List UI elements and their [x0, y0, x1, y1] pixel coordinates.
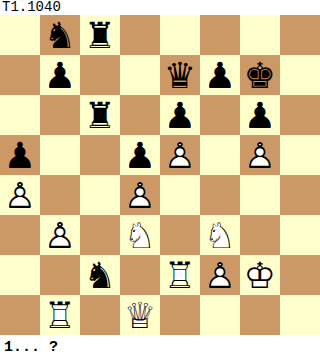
square-h2[interactable]	[280, 255, 320, 295]
black-rook-c6[interactable]: ♜	[80, 95, 120, 135]
square-d6[interactable]	[120, 95, 160, 135]
chess-board: ♞♜♟♛♟♚♜♟♟♟♟♟♙♟♙♟♙♟♙♟♙♞♘♞♘♞♜♖♟♙♚♔♜♖♛♕	[0, 15, 320, 335]
square-b3[interactable]: ♟♙	[40, 215, 80, 255]
square-d2[interactable]	[120, 255, 160, 295]
square-c6[interactable]: ♜	[80, 95, 120, 135]
black-queen-e7[interactable]: ♛	[160, 55, 200, 95]
square-a1[interactable]	[0, 295, 40, 335]
white-knight-f3[interactable]: ♞♘	[200, 215, 240, 255]
square-g2[interactable]: ♚♔	[240, 255, 280, 295]
square-c5[interactable]	[80, 135, 120, 175]
white-rook-e2[interactable]: ♜♖	[160, 255, 200, 295]
square-f7[interactable]: ♟	[200, 55, 240, 95]
white-king-g2[interactable]: ♚♔	[240, 255, 280, 295]
square-e5[interactable]: ♟♙	[160, 135, 200, 175]
square-a5[interactable]: ♟	[0, 135, 40, 175]
square-a2[interactable]	[0, 255, 40, 295]
square-h3[interactable]	[280, 215, 320, 255]
square-d3[interactable]: ♞♘	[120, 215, 160, 255]
black-pawn-a5[interactable]: ♟	[0, 135, 40, 175]
white-rook-b1[interactable]: ♜♖	[40, 295, 80, 335]
square-h6[interactable]	[280, 95, 320, 135]
black-pawn-d5[interactable]: ♟	[120, 135, 160, 175]
puzzle-title: T1.1040	[2, 0, 61, 15]
black-pawn-f7[interactable]: ♟	[200, 55, 240, 95]
move-prompt: 1... ?	[4, 337, 58, 359]
piece-outline-layer: ♘	[200, 215, 240, 255]
square-h7[interactable]	[280, 55, 320, 95]
square-a6[interactable]	[0, 95, 40, 135]
square-d8[interactable]	[120, 15, 160, 55]
square-f6[interactable]	[200, 95, 240, 135]
square-b1[interactable]: ♜♖	[40, 295, 80, 335]
black-pawn-e6[interactable]: ♟	[160, 95, 200, 135]
square-b2[interactable]	[40, 255, 80, 295]
piece-outline-layer: ♙	[0, 175, 40, 215]
square-c3[interactable]	[80, 215, 120, 255]
black-knight-c2[interactable]: ♞	[80, 255, 120, 295]
square-g6[interactable]: ♟	[240, 95, 280, 135]
black-king-g7[interactable]: ♚	[240, 55, 280, 95]
square-e8[interactable]	[160, 15, 200, 55]
square-g8[interactable]	[240, 15, 280, 55]
square-d7[interactable]	[120, 55, 160, 95]
square-b4[interactable]	[40, 175, 80, 215]
square-f2[interactable]: ♟♙	[200, 255, 240, 295]
square-h5[interactable]	[280, 135, 320, 175]
square-c8[interactable]: ♜	[80, 15, 120, 55]
square-e6[interactable]: ♟	[160, 95, 200, 135]
piece-outline-layer: ♖	[40, 295, 80, 335]
black-pawn-g6[interactable]: ♟	[240, 95, 280, 135]
piece-outline-layer: ♙	[160, 135, 200, 175]
square-d5[interactable]: ♟	[120, 135, 160, 175]
square-e3[interactable]	[160, 215, 200, 255]
square-f8[interactable]	[200, 15, 240, 55]
square-b7[interactable]: ♟	[40, 55, 80, 95]
white-pawn-b3[interactable]: ♟♙	[40, 215, 80, 255]
square-f4[interactable]	[200, 175, 240, 215]
square-f1[interactable]	[200, 295, 240, 335]
square-c7[interactable]	[80, 55, 120, 95]
square-b5[interactable]	[40, 135, 80, 175]
square-c1[interactable]	[80, 295, 120, 335]
white-pawn-f2[interactable]: ♟♙	[200, 255, 240, 295]
square-e1[interactable]	[160, 295, 200, 335]
square-f3[interactable]: ♞♘	[200, 215, 240, 255]
black-knight-b8[interactable]: ♞	[40, 15, 80, 55]
square-g1[interactable]	[240, 295, 280, 335]
square-h8[interactable]	[280, 15, 320, 55]
square-g3[interactable]	[240, 215, 280, 255]
white-knight-d3[interactable]: ♞♘	[120, 215, 160, 255]
piece-outline-layer: ♙	[240, 135, 280, 175]
square-h1[interactable]	[280, 295, 320, 335]
square-a7[interactable]	[0, 55, 40, 95]
piece-outline-layer: ♘	[120, 215, 160, 255]
square-f5[interactable]	[200, 135, 240, 175]
white-pawn-a4[interactable]: ♟♙	[0, 175, 40, 215]
square-a8[interactable]	[0, 15, 40, 55]
square-c2[interactable]: ♞	[80, 255, 120, 295]
square-d1[interactable]: ♛♕	[120, 295, 160, 335]
square-d4[interactable]: ♟♙	[120, 175, 160, 215]
square-h4[interactable]	[280, 175, 320, 215]
square-c4[interactable]	[80, 175, 120, 215]
square-e7[interactable]: ♛	[160, 55, 200, 95]
piece-outline-layer: ♙	[200, 255, 240, 295]
white-pawn-g5[interactable]: ♟♙	[240, 135, 280, 175]
square-e4[interactable]	[160, 175, 200, 215]
piece-outline-layer: ♙	[40, 215, 80, 255]
square-g5[interactable]: ♟♙	[240, 135, 280, 175]
white-queen-d1[interactable]: ♛♕	[120, 295, 160, 335]
white-pawn-d4[interactable]: ♟♙	[120, 175, 160, 215]
square-g7[interactable]: ♚	[240, 55, 280, 95]
piece-outline-layer: ♕	[120, 295, 160, 335]
square-a3[interactable]	[0, 215, 40, 255]
square-e2[interactable]: ♜♖	[160, 255, 200, 295]
square-g4[interactable]	[240, 175, 280, 215]
black-pawn-b7[interactable]: ♟	[40, 55, 80, 95]
piece-outline-layer: ♙	[120, 175, 160, 215]
white-pawn-e5[interactable]: ♟♙	[160, 135, 200, 175]
square-a4[interactable]: ♟♙	[0, 175, 40, 215]
square-b8[interactable]: ♞	[40, 15, 80, 55]
square-b6[interactable]	[40, 95, 80, 135]
piece-outline-layer: ♖	[160, 255, 200, 295]
black-rook-c8[interactable]: ♜	[80, 15, 120, 55]
piece-outline-layer: ♔	[240, 255, 280, 295]
